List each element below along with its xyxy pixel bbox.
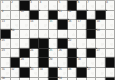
crossword-cell[interactable]: [96, 1, 106, 11]
crossword-cell[interactable]: 8: [106, 1, 116, 11]
crossword-cell[interactable]: 14: [30, 20, 40, 30]
crossword-cell[interactable]: [30, 78, 40, 80]
crossword-cell[interactable]: [11, 39, 21, 49]
clue-number: 19: [11, 29, 14, 32]
crossword-cell[interactable]: [20, 20, 30, 30]
black-cell: [49, 78, 59, 80]
crossword-cell[interactable]: 15: [49, 20, 59, 30]
crossword-cell[interactable]: [39, 11, 49, 21]
crossword-cell[interactable]: [106, 30, 116, 40]
crossword-grid: 1234567891011121314151617181920212223242…: [0, 0, 115, 80]
crossword-cell[interactable]: 30: [77, 58, 87, 68]
clue-number: 31: [1, 68, 4, 71]
clue-number: 1: [1, 1, 3, 4]
clue-number: 8: [106, 1, 108, 4]
crossword-cell[interactable]: 4: [39, 1, 49, 11]
crossword-cell[interactable]: 32: [11, 68, 21, 78]
clue-number: 11: [58, 10, 61, 13]
black-cell: [106, 58, 116, 68]
clue-number: 2: [11, 1, 13, 4]
crossword-cell[interactable]: [20, 30, 30, 40]
crossword-cell[interactable]: 7: [87, 1, 97, 11]
clue-number: 29: [49, 58, 52, 61]
clue-number: 14: [30, 20, 33, 23]
crossword-cell[interactable]: 26: [58, 49, 68, 59]
crossword-cell[interactable]: [11, 78, 21, 80]
crossword-cell[interactable]: [20, 39, 30, 49]
black-cell: [77, 68, 87, 78]
crossword-cell[interactable]: 16: [68, 20, 78, 30]
crossword-cell[interactable]: 39: [58, 78, 68, 80]
crossword-cell[interactable]: 6: [77, 1, 87, 11]
clue-number: 39: [58, 77, 61, 80]
crossword-cell[interactable]: [68, 78, 78, 80]
crossword-cell[interactable]: [106, 49, 116, 59]
clue-number: 5: [58, 1, 60, 4]
crossword-cell[interactable]: 27: [96, 49, 106, 59]
crossword-cell[interactable]: 20: [96, 30, 106, 40]
crossword-cell[interactable]: 13: [1, 20, 11, 30]
crossword-cell[interactable]: [106, 68, 116, 78]
clue-number: 18: [96, 20, 99, 23]
crossword-cell[interactable]: 36: [68, 68, 78, 78]
crossword-cell[interactable]: [58, 30, 68, 40]
crossword-cell[interactable]: [39, 78, 49, 80]
black-cell: [39, 39, 49, 49]
clue-number: 23: [1, 49, 4, 52]
clue-number: 22: [68, 39, 71, 42]
crossword-cell[interactable]: [77, 78, 87, 80]
clue-number: 26: [58, 49, 61, 52]
clue-number: 35: [58, 68, 61, 71]
black-cell: [39, 49, 49, 59]
crossword-cell[interactable]: 2: [11, 1, 21, 11]
clue-number: 38: [1, 77, 4, 80]
clue-number: 28: [20, 58, 23, 61]
crossword-cell[interactable]: 29: [49, 58, 59, 68]
clue-number: 36: [68, 68, 71, 71]
clue-number: 10: [20, 10, 23, 13]
clue-number: 32: [11, 68, 14, 71]
clue-number: 20: [96, 29, 99, 32]
clue-number: 17: [77, 20, 80, 23]
crossword-cell[interactable]: [39, 20, 49, 30]
black-cell: [106, 78, 116, 80]
crossword-cell[interactable]: [39, 30, 49, 40]
crossword-cell[interactable]: [87, 78, 97, 80]
crossword-cell[interactable]: [30, 30, 40, 40]
clue-number: 4: [39, 1, 41, 4]
crossword-cell[interactable]: [49, 30, 59, 40]
crossword-cell[interactable]: [96, 68, 106, 78]
crossword-cell[interactable]: [49, 1, 59, 11]
clue-number: 7: [87, 1, 89, 4]
black-cell: [58, 20, 68, 30]
crossword-cell[interactable]: [11, 11, 21, 21]
black-cell: [68, 49, 78, 59]
crossword-cell[interactable]: [96, 78, 106, 80]
clue-number: 13: [1, 20, 4, 23]
black-cell: [87, 49, 97, 59]
clue-number: 9: [1, 10, 3, 13]
crossword-cell[interactable]: 19: [11, 30, 21, 40]
black-cell: [87, 20, 97, 30]
black-cell: [87, 30, 97, 40]
crossword-cell[interactable]: [106, 20, 116, 30]
crossword-cell[interactable]: [20, 78, 30, 80]
clue-number: 21: [1, 39, 4, 42]
clue-number: 27: [96, 49, 99, 52]
clue-number: 3: [30, 1, 32, 4]
crossword-cell[interactable]: [106, 11, 116, 21]
clue-number: 6: [77, 1, 79, 4]
crossword-cell[interactable]: 22: [68, 39, 78, 49]
black-cell: [49, 68, 59, 78]
crossword-cell[interactable]: 28: [20, 58, 30, 68]
crossword-cell[interactable]: [96, 58, 106, 68]
crossword-cell[interactable]: [11, 49, 21, 59]
crossword-cell[interactable]: 23: [1, 49, 11, 59]
clue-number: 15: [49, 20, 52, 23]
clue-number: 34: [39, 68, 42, 71]
crossword-cell[interactable]: 38: [1, 78, 11, 80]
clue-number: 12: [68, 10, 71, 13]
clue-number: 37: [87, 68, 90, 71]
crossword-cell[interactable]: 3: [30, 1, 40, 11]
crossword-cell[interactable]: 33: [30, 68, 40, 78]
clue-number: 16: [68, 20, 71, 23]
crossword-cell[interactable]: 17: [77, 20, 87, 30]
black-cell: [20, 68, 30, 78]
clue-number: 30: [77, 58, 80, 61]
crossword-cell[interactable]: [87, 11, 97, 21]
clue-number: 33: [30, 68, 33, 71]
crossword-cell[interactable]: 37: [87, 68, 97, 78]
crossword-cell[interactable]: [77, 30, 87, 40]
clue-number: 25: [49, 49, 52, 52]
crossword-cell[interactable]: [77, 39, 87, 49]
crossword-cell[interactable]: [106, 39, 116, 49]
crossword-cell[interactable]: [87, 39, 97, 49]
crossword-cell[interactable]: 11: [58, 11, 68, 21]
crossword-cell[interactable]: 24: [30, 49, 40, 59]
clue-number: 24: [30, 49, 33, 52]
crossword-cell[interactable]: 10: [20, 11, 30, 21]
crossword-cell[interactable]: 34: [39, 68, 49, 78]
